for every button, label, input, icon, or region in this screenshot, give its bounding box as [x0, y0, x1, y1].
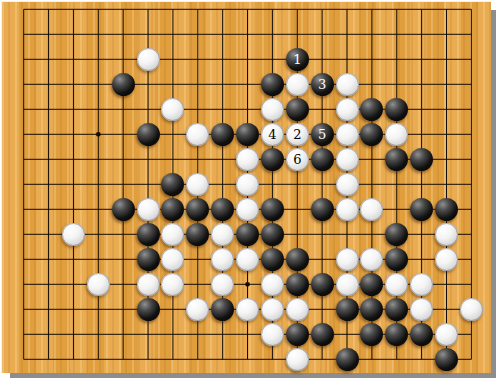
white-stone[interactable] — [261, 273, 284, 296]
black-stone[interactable] — [211, 298, 234, 321]
white-stone[interactable] — [410, 273, 433, 296]
white-stone[interactable] — [336, 273, 359, 296]
black-stone[interactable] — [385, 298, 408, 321]
move-number-label: 2 — [293, 123, 301, 146]
white-stone[interactable] — [87, 273, 110, 296]
white-stone[interactable] — [62, 223, 85, 246]
move-number-label: 1 — [293, 48, 301, 71]
white-stone[interactable] — [410, 298, 433, 321]
black-stone[interactable] — [261, 198, 284, 221]
move-number-label: 4 — [268, 123, 276, 146]
move-number-label: 5 — [318, 123, 326, 146]
black-stone[interactable] — [286, 323, 309, 346]
white-stone[interactable] — [236, 198, 259, 221]
white-stone[interactable] — [236, 148, 259, 171]
black-stone[interactable] — [261, 73, 284, 96]
black-stone[interactable] — [311, 148, 334, 171]
white-stone[interactable] — [186, 173, 209, 196]
black-stone[interactable] — [435, 198, 458, 221]
black-stone[interactable] — [410, 323, 433, 346]
white-stone[interactable] — [336, 98, 359, 121]
black-stone[interactable] — [137, 223, 160, 246]
white-stone[interactable] — [336, 198, 359, 221]
black-stone[interactable] — [385, 223, 408, 246]
white-stone[interactable] — [137, 273, 160, 296]
white-stone[interactable] — [261, 323, 284, 346]
black-stone[interactable] — [211, 123, 234, 146]
white-stone[interactable] — [211, 248, 234, 271]
black-stone[interactable] — [336, 348, 359, 371]
white-stone[interactable] — [211, 273, 234, 296]
black-stone[interactable] — [286, 273, 309, 296]
white-stone[interactable] — [137, 48, 160, 71]
black-stone[interactable] — [385, 248, 408, 271]
black-stone[interactable] — [435, 348, 458, 371]
black-stone[interactable] — [236, 223, 259, 246]
white-stone[interactable] — [336, 123, 359, 146]
black-stone[interactable] — [211, 198, 234, 221]
white-stone[interactable] — [261, 298, 284, 321]
black-stone[interactable] — [311, 198, 334, 221]
white-stone[interactable] — [435, 323, 458, 346]
black-stone[interactable] — [261, 148, 284, 171]
white-stone[interactable] — [336, 173, 359, 196]
black-stone[interactable] — [137, 248, 160, 271]
white-stone[interactable] — [385, 273, 408, 296]
white-stone[interactable] — [435, 223, 458, 246]
white-stone[interactable] — [211, 223, 234, 246]
black-stone[interactable] — [112, 73, 135, 96]
page-background: { "game": "go", "diagram_type": "numbere… — [0, 0, 500, 385]
black-stone[interactable]: 5 — [311, 123, 334, 146]
black-stone[interactable]: 3 — [311, 73, 334, 96]
white-stone[interactable] — [435, 248, 458, 271]
white-stone[interactable]: 6 — [286, 148, 309, 171]
move-number-label: 3 — [318, 73, 326, 96]
white-stone[interactable]: 4 — [261, 123, 284, 146]
white-stone[interactable] — [236, 298, 259, 321]
black-stone[interactable] — [261, 248, 284, 271]
black-stone[interactable] — [112, 198, 135, 221]
black-stone[interactable] — [336, 298, 359, 321]
black-stone[interactable] — [311, 273, 334, 296]
star-point — [245, 282, 250, 287]
white-stone[interactable] — [460, 298, 483, 321]
black-stone[interactable] — [410, 148, 433, 171]
white-stone[interactable] — [385, 123, 408, 146]
white-stone[interactable] — [286, 298, 309, 321]
black-stone[interactable] — [137, 123, 160, 146]
star-point — [96, 132, 101, 137]
white-stone[interactable] — [137, 198, 160, 221]
black-stone[interactable] — [286, 248, 309, 271]
black-stone[interactable] — [186, 223, 209, 246]
black-stone[interactable] — [236, 123, 259, 146]
white-stone[interactable] — [236, 173, 259, 196]
black-stone[interactable] — [137, 298, 160, 321]
black-stone[interactable] — [186, 198, 209, 221]
move-number-label: 6 — [293, 148, 301, 171]
white-stone[interactable] — [336, 248, 359, 271]
black-stone[interactable] — [261, 223, 284, 246]
white-stone[interactable] — [336, 73, 359, 96]
white-stone[interactable] — [286, 348, 309, 371]
black-stone[interactable] — [311, 323, 334, 346]
white-stone[interactable] — [286, 73, 309, 96]
white-stone[interactable] — [186, 123, 209, 146]
white-stone[interactable]: 2 — [286, 123, 309, 146]
black-stone[interactable] — [385, 323, 408, 346]
white-stone[interactable] — [261, 98, 284, 121]
white-stone[interactable] — [186, 298, 209, 321]
black-stone[interactable] — [385, 98, 408, 121]
black-stone[interactable] — [385, 148, 408, 171]
white-stone[interactable] — [236, 248, 259, 271]
black-stone[interactable] — [410, 198, 433, 221]
black-stone[interactable]: 1 — [286, 48, 309, 71]
white-stone[interactable] — [336, 148, 359, 171]
go-board[interactable]: 135426 — [1, 1, 491, 373]
black-stone[interactable] — [286, 98, 309, 121]
